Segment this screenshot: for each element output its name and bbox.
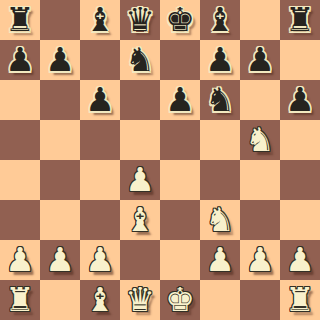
piece-white-rook-h1[interactable]: ♜: [285, 283, 315, 316]
piece-black-pawn-g7[interactable]: ♟: [245, 43, 275, 76]
square-a2[interactable]: ♟: [0, 240, 40, 280]
square-f6[interactable]: ♞: [200, 80, 240, 120]
piece-black-knight-d7[interactable]: ♞: [125, 43, 155, 76]
square-b7[interactable]: ♟: [40, 40, 80, 80]
square-f7[interactable]: ♟: [200, 40, 240, 80]
square-b3[interactable]: [40, 200, 80, 240]
square-d7[interactable]: ♞: [120, 40, 160, 80]
square-h5[interactable]: [280, 120, 320, 160]
square-b2[interactable]: ♟: [40, 240, 80, 280]
square-h8[interactable]: ♜: [280, 0, 320, 40]
square-d6[interactable]: [120, 80, 160, 120]
square-b6[interactable]: [40, 80, 80, 120]
piece-white-rook-a1[interactable]: ♜: [5, 283, 35, 316]
square-e1[interactable]: ♚: [160, 280, 200, 320]
piece-black-bishop-f8[interactable]: ♝: [205, 3, 235, 36]
square-g3[interactable]: [240, 200, 280, 240]
piece-white-bishop-c1[interactable]: ♝: [85, 283, 115, 316]
square-a6[interactable]: [0, 80, 40, 120]
square-d2[interactable]: [120, 240, 160, 280]
square-g8[interactable]: [240, 0, 280, 40]
square-h1[interactable]: ♜: [280, 280, 320, 320]
square-h6[interactable]: ♟: [280, 80, 320, 120]
square-a8[interactable]: ♜: [0, 0, 40, 40]
square-a1[interactable]: ♜: [0, 280, 40, 320]
piece-white-pawn-g2[interactable]: ♟: [245, 243, 275, 276]
square-g7[interactable]: ♟: [240, 40, 280, 80]
piece-black-pawn-b7[interactable]: ♟: [45, 43, 75, 76]
piece-black-pawn-h6[interactable]: ♟: [285, 83, 315, 116]
square-d4[interactable]: ♟: [120, 160, 160, 200]
square-e6[interactable]: ♟: [160, 80, 200, 120]
piece-white-knight-f3[interactable]: ♞: [205, 203, 235, 236]
square-c8[interactable]: ♝: [80, 0, 120, 40]
piece-white-bishop-d3[interactable]: ♝: [125, 203, 155, 236]
piece-white-pawn-d4[interactable]: ♟: [125, 163, 155, 196]
square-g6[interactable]: [240, 80, 280, 120]
square-e4[interactable]: [160, 160, 200, 200]
square-g4[interactable]: [240, 160, 280, 200]
square-c7[interactable]: [80, 40, 120, 80]
piece-white-pawn-a2[interactable]: ♟: [5, 243, 35, 276]
square-c6[interactable]: ♟: [80, 80, 120, 120]
piece-white-king-e1[interactable]: ♚: [165, 283, 195, 316]
piece-white-pawn-h2[interactable]: ♟: [285, 243, 315, 276]
square-f3[interactable]: ♞: [200, 200, 240, 240]
square-b4[interactable]: [40, 160, 80, 200]
square-e5[interactable]: [160, 120, 200, 160]
square-c5[interactable]: [80, 120, 120, 160]
square-f4[interactable]: [200, 160, 240, 200]
piece-black-knight-f6[interactable]: ♞: [205, 83, 235, 116]
square-d3[interactable]: ♝: [120, 200, 160, 240]
piece-black-rook-a8[interactable]: ♜: [5, 3, 35, 36]
piece-black-pawn-e6[interactable]: ♟: [165, 83, 195, 116]
square-f1[interactable]: [200, 280, 240, 320]
square-e8[interactable]: ♚: [160, 0, 200, 40]
square-h4[interactable]: [280, 160, 320, 200]
square-h3[interactable]: [280, 200, 320, 240]
square-c1[interactable]: ♝: [80, 280, 120, 320]
piece-white-pawn-b2[interactable]: ♟: [45, 243, 75, 276]
square-b8[interactable]: [40, 0, 80, 40]
square-g5[interactable]: ♞: [240, 120, 280, 160]
square-d5[interactable]: [120, 120, 160, 160]
square-f2[interactable]: ♟: [200, 240, 240, 280]
square-e2[interactable]: [160, 240, 200, 280]
square-b1[interactable]: [40, 280, 80, 320]
square-c2[interactable]: ♟: [80, 240, 120, 280]
square-g1[interactable]: [240, 280, 280, 320]
square-h7[interactable]: [280, 40, 320, 80]
piece-white-queen-d1[interactable]: ♛: [125, 283, 155, 316]
square-c3[interactable]: [80, 200, 120, 240]
square-e3[interactable]: [160, 200, 200, 240]
piece-black-pawn-a7[interactable]: ♟: [5, 43, 35, 76]
square-b5[interactable]: [40, 120, 80, 160]
chess-board-container: ♜♝♛♚♝♜♟♟♞♟♟♟♟♞♟♞♟♝♞♟♟♟♟♟♟♜♝♛♚♜: [0, 0, 320, 320]
piece-black-pawn-c6[interactable]: ♟: [85, 83, 115, 116]
square-g2[interactable]: ♟: [240, 240, 280, 280]
chess-board: ♜♝♛♚♝♜♟♟♞♟♟♟♟♞♟♞♟♝♞♟♟♟♟♟♟♜♝♛♚♜: [0, 0, 320, 320]
square-c4[interactable]: [80, 160, 120, 200]
piece-black-pawn-f7[interactable]: ♟: [205, 43, 235, 76]
piece-white-knight-g5[interactable]: ♞: [245, 123, 275, 156]
square-d1[interactable]: ♛: [120, 280, 160, 320]
square-d8[interactable]: ♛: [120, 0, 160, 40]
square-a5[interactable]: [0, 120, 40, 160]
piece-black-rook-h8[interactable]: ♜: [285, 3, 315, 36]
square-h2[interactable]: ♟: [280, 240, 320, 280]
piece-white-pawn-c2[interactable]: ♟: [85, 243, 115, 276]
piece-black-king-e8[interactable]: ♚: [165, 3, 195, 36]
square-f8[interactable]: ♝: [200, 0, 240, 40]
square-a7[interactable]: ♟: [0, 40, 40, 80]
piece-black-bishop-c8[interactable]: ♝: [85, 3, 115, 36]
square-a4[interactable]: [0, 160, 40, 200]
square-f5[interactable]: [200, 120, 240, 160]
square-a3[interactable]: [0, 200, 40, 240]
square-e7[interactable]: [160, 40, 200, 80]
piece-white-pawn-f2[interactable]: ♟: [205, 243, 235, 276]
piece-black-queen-d8[interactable]: ♛: [125, 3, 155, 36]
